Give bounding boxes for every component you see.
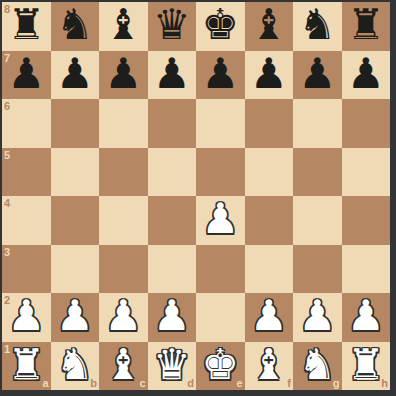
- piece-white-pawn[interactable]: ♟: [250, 295, 288, 337]
- square-e4[interactable]: ♟: [196, 196, 245, 245]
- piece-black-pawn[interactable]: ♟: [347, 53, 385, 95]
- square-b8[interactable]: ♞: [51, 2, 100, 51]
- square-a7[interactable]: ♟7: [2, 51, 51, 100]
- square-d6[interactable]: [148, 99, 197, 148]
- square-c1[interactable]: ♝c: [99, 342, 148, 391]
- square-c4[interactable]: [99, 196, 148, 245]
- piece-black-pawn[interactable]: ♟: [153, 53, 191, 95]
- square-e1[interactable]: ♚e: [196, 342, 245, 391]
- square-c6[interactable]: [99, 99, 148, 148]
- square-d5[interactable]: [148, 148, 197, 197]
- rank-label-3: 3: [4, 247, 10, 258]
- square-e3[interactable]: [196, 245, 245, 294]
- square-h1[interactable]: ♜h: [342, 342, 391, 391]
- square-d4[interactable]: [148, 196, 197, 245]
- square-b7[interactable]: ♟: [51, 51, 100, 100]
- piece-white-pawn[interactable]: ♟: [298, 295, 336, 337]
- square-a6[interactable]: 6: [2, 99, 51, 148]
- square-h7[interactable]: ♟: [342, 51, 391, 100]
- piece-black-rook[interactable]: ♜: [7, 4, 45, 46]
- square-f3[interactable]: [245, 245, 294, 294]
- square-d1[interactable]: ♛d: [148, 342, 197, 391]
- piece-black-king[interactable]: ♚: [201, 4, 239, 46]
- square-h4[interactable]: [342, 196, 391, 245]
- square-b5[interactable]: [51, 148, 100, 197]
- piece-white-pawn[interactable]: ♟: [56, 295, 94, 337]
- piece-black-bishop[interactable]: ♝: [104, 4, 142, 46]
- piece-white-bishop[interactable]: ♝: [250, 344, 288, 386]
- square-h3[interactable]: [342, 245, 391, 294]
- piece-white-pawn[interactable]: ♟: [104, 295, 142, 337]
- square-h6[interactable]: [342, 99, 391, 148]
- file-label-f: f: [287, 378, 291, 389]
- square-e6[interactable]: [196, 99, 245, 148]
- square-e2[interactable]: [196, 293, 245, 342]
- rank-label-4: 4: [4, 198, 10, 209]
- square-g3[interactable]: [293, 245, 342, 294]
- piece-white-knight[interactable]: ♞: [56, 344, 94, 386]
- square-a2[interactable]: ♟2: [2, 293, 51, 342]
- piece-black-rook[interactable]: ♜: [347, 4, 385, 46]
- rank-label-6: 6: [4, 101, 10, 112]
- square-d2[interactable]: ♟: [148, 293, 197, 342]
- square-e5[interactable]: [196, 148, 245, 197]
- square-f1[interactable]: ♝f: [245, 342, 294, 391]
- square-g7[interactable]: ♟: [293, 51, 342, 100]
- square-a4[interactable]: 4: [2, 196, 51, 245]
- square-h5[interactable]: [342, 148, 391, 197]
- piece-black-pawn[interactable]: ♟: [7, 53, 45, 95]
- square-e7[interactable]: ♟: [196, 51, 245, 100]
- piece-white-pawn[interactable]: ♟: [7, 295, 45, 337]
- square-f4[interactable]: [245, 196, 294, 245]
- square-f5[interactable]: [245, 148, 294, 197]
- piece-black-bishop[interactable]: ♝: [250, 4, 288, 46]
- piece-black-pawn[interactable]: ♟: [56, 53, 94, 95]
- piece-white-rook[interactable]: ♜: [7, 344, 45, 386]
- square-c7[interactable]: ♟: [99, 51, 148, 100]
- piece-black-pawn[interactable]: ♟: [298, 53, 336, 95]
- square-a5[interactable]: 5: [2, 148, 51, 197]
- square-d7[interactable]: ♟: [148, 51, 197, 100]
- piece-white-rook[interactable]: ♜: [347, 344, 385, 386]
- square-f8[interactable]: ♝: [245, 2, 294, 51]
- piece-black-pawn[interactable]: ♟: [201, 53, 239, 95]
- piece-white-knight[interactable]: ♞: [298, 344, 336, 386]
- square-g8[interactable]: ♞: [293, 2, 342, 51]
- piece-black-pawn[interactable]: ♟: [250, 53, 288, 95]
- square-c5[interactable]: [99, 148, 148, 197]
- square-a1[interactable]: ♜1a: [2, 342, 51, 391]
- piece-black-pawn[interactable]: ♟: [104, 53, 142, 95]
- square-b3[interactable]: [51, 245, 100, 294]
- square-c2[interactable]: ♟: [99, 293, 148, 342]
- piece-white-pawn[interactable]: ♟: [347, 295, 385, 337]
- piece-white-king[interactable]: ♚: [201, 344, 239, 386]
- square-d8[interactable]: ♛: [148, 2, 197, 51]
- square-a3[interactable]: 3: [2, 245, 51, 294]
- piece-white-queen[interactable]: ♛: [153, 344, 191, 386]
- piece-white-pawn[interactable]: ♟: [201, 198, 239, 240]
- piece-white-bishop[interactable]: ♝: [104, 344, 142, 386]
- chess-board: ♜8♞♝♛♚♝♞♜♟7♟♟♟♟♟♟♟654♟3♟2♟♟♟♟♟♟♜1a♞b♝c♛d…: [2, 2, 390, 390]
- square-f2[interactable]: ♟: [245, 293, 294, 342]
- square-a8[interactable]: ♜8: [2, 2, 51, 51]
- square-h8[interactable]: ♜: [342, 2, 391, 51]
- square-c8[interactable]: ♝: [99, 2, 148, 51]
- piece-black-knight[interactable]: ♞: [56, 4, 94, 46]
- square-b6[interactable]: [51, 99, 100, 148]
- chess-board-frame: ♜8♞♝♛♚♝♞♜♟7♟♟♟♟♟♟♟654♟3♟2♟♟♟♟♟♟♜1a♞b♝c♛d…: [0, 0, 396, 396]
- square-b1[interactable]: ♞b: [51, 342, 100, 391]
- square-b2[interactable]: ♟: [51, 293, 100, 342]
- square-g1[interactable]: ♞g: [293, 342, 342, 391]
- rank-label-5: 5: [4, 150, 10, 161]
- square-e8[interactable]: ♚: [196, 2, 245, 51]
- square-d3[interactable]: [148, 245, 197, 294]
- square-g4[interactable]: [293, 196, 342, 245]
- square-h2[interactable]: ♟: [342, 293, 391, 342]
- square-c3[interactable]: [99, 245, 148, 294]
- square-g2[interactable]: ♟: [293, 293, 342, 342]
- square-f6[interactable]: [245, 99, 294, 148]
- square-g6[interactable]: [293, 99, 342, 148]
- square-b4[interactable]: [51, 196, 100, 245]
- square-g5[interactable]: [293, 148, 342, 197]
- square-f7[interactable]: ♟: [245, 51, 294, 100]
- piece-black-knight[interactable]: ♞: [298, 4, 336, 46]
- piece-black-queen[interactable]: ♛: [153, 4, 191, 46]
- piece-white-pawn[interactable]: ♟: [153, 295, 191, 337]
